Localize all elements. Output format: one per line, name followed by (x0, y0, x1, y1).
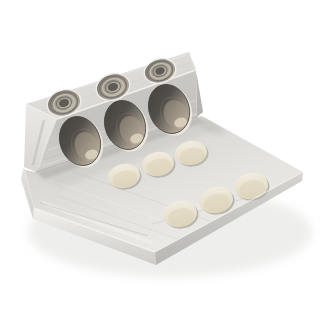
product-image-canvas (0, 0, 320, 320)
product-photo (0, 0, 320, 320)
